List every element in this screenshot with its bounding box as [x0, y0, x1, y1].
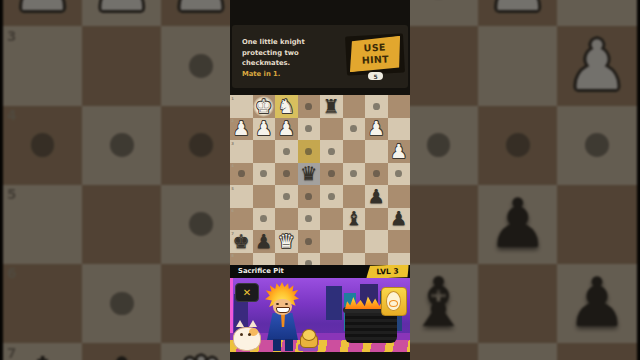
square-a5[interactable]	[388, 185, 411, 208]
ad-header: Sacrifice Pit LVL 3	[230, 265, 410, 278]
legal-move-dot	[328, 193, 335, 200]
square-a2[interactable]	[388, 118, 411, 141]
square-h6[interactable]: 6	[230, 208, 253, 231]
square-g7[interactable]: ♟	[253, 230, 276, 253]
square-e6[interactable]	[298, 208, 321, 231]
grinning-face	[273, 299, 292, 315]
square-f5[interactable]	[275, 185, 298, 208]
legal-move-dot	[373, 170, 380, 177]
square-g6[interactable]	[253, 208, 276, 231]
legal-move-dot	[350, 125, 357, 132]
legal-move-dot	[260, 170, 267, 177]
legal-move-dot	[350, 170, 357, 177]
square-f1[interactable]: ♞	[275, 95, 298, 118]
phone-screen: One little knight protecting two checkma…	[230, 0, 410, 360]
square-d4[interactable]	[320, 163, 343, 186]
square-h3[interactable]: 3	[230, 140, 253, 163]
legal-move-dot	[238, 170, 245, 177]
square-d2[interactable]	[320, 118, 343, 141]
square-f2[interactable]: ♟	[275, 118, 298, 141]
square-e1[interactable]	[298, 95, 321, 118]
rank-label: 1	[231, 96, 234, 101]
square-d1[interactable]: ♜	[320, 95, 343, 118]
square-c5[interactable]	[343, 185, 366, 208]
square-c3[interactable]	[343, 140, 366, 163]
black-rook-piece[interactable]: ♜	[323, 97, 340, 116]
rank-label: 7	[231, 231, 234, 236]
white-cat	[233, 323, 259, 351]
square-f3[interactable]	[275, 140, 298, 163]
square-g2[interactable]: ♟	[253, 118, 276, 141]
square-f4[interactable]	[275, 163, 298, 186]
rank-label: 8	[231, 253, 234, 258]
square-e4[interactable]: ♛	[298, 163, 321, 186]
legal-move-dot	[305, 215, 312, 222]
square-b4[interactable]	[365, 163, 388, 186]
square-b2[interactable]: ♟	[365, 118, 388, 141]
square-a1[interactable]	[388, 95, 411, 118]
white-pawn-piece[interactable]: ♟	[368, 119, 385, 138]
square-a3[interactable]: ♟	[388, 140, 411, 163]
hint-count-badge: 5	[368, 72, 383, 80]
mate-objective: Mate in 1.	[242, 70, 280, 78]
square-c7[interactable]	[343, 230, 366, 253]
square-e7[interactable]	[298, 230, 321, 253]
square-d7[interactable]	[320, 230, 343, 253]
legal-move-dot	[305, 193, 312, 200]
legal-move-dot	[328, 170, 335, 177]
puzzle-hint-text: One little knight protecting two checkma…	[242, 37, 346, 69]
legal-move-dot	[260, 215, 267, 222]
legal-move-dot	[305, 125, 312, 132]
square-f6[interactable]	[275, 208, 298, 231]
egg-icon	[386, 291, 401, 311]
square-f7[interactable]: ♛	[275, 230, 298, 253]
screenshot-frame: 1♚♞♜2♟♟♟♟3♟4♛5♟6♝♟7♚♟♛8 One little knigh…	[0, 0, 640, 360]
legal-move-dot	[283, 148, 290, 155]
square-h7[interactable]: 7♚	[230, 230, 253, 253]
white-pawn-piece[interactable]: ♟	[255, 119, 272, 138]
use-hint-button[interactable]: USE HINT	[348, 36, 402, 73]
square-g5[interactable]	[253, 185, 276, 208]
white-pawn-piece[interactable]: ♟	[233, 119, 250, 138]
ad-banner: Sacrifice Pit LVL 3	[230, 265, 410, 352]
cat-eyes	[240, 333, 243, 336]
reward-button[interactable]	[381, 287, 407, 316]
small-creature	[298, 329, 318, 351]
square-g4[interactable]	[253, 163, 276, 186]
square-c2[interactable]	[343, 118, 366, 141]
square-c1[interactable]	[343, 95, 366, 118]
white-queen-piece[interactable]: ♛	[278, 232, 295, 251]
square-h4[interactable]: 4	[230, 163, 253, 186]
close-icon[interactable]: ✕	[235, 283, 259, 302]
black-queen-piece[interactable]: ♛	[300, 164, 317, 183]
square-b3[interactable]	[365, 140, 388, 163]
square-h1[interactable]: 1	[230, 95, 253, 118]
ad-artwork[interactable]: ✕	[230, 278, 410, 352]
square-a7[interactable]	[388, 230, 411, 253]
square-d5[interactable]	[320, 185, 343, 208]
square-c6[interactable]: ♝	[343, 208, 366, 231]
square-e2[interactable]	[298, 118, 321, 141]
white-king-piece[interactable]: ♚	[255, 97, 272, 116]
white-pawn-piece[interactable]: ♟	[390, 142, 407, 161]
square-d6[interactable]	[320, 208, 343, 231]
square-b6[interactable]	[365, 208, 388, 231]
city-building	[326, 286, 342, 320]
black-king-piece[interactable]: ♚	[233, 232, 250, 251]
cat-patch	[249, 328, 258, 336]
rank-label: 3	[231, 141, 234, 146]
ad-title: Sacrifice Pit	[238, 265, 284, 278]
legal-move-dot	[373, 103, 380, 110]
legal-move-dot	[395, 170, 402, 177]
square-g3[interactable]	[253, 140, 276, 163]
rank-label: 2	[231, 118, 234, 123]
square-a6[interactable]: ♟	[388, 208, 411, 231]
puzzle-panel: One little knight protecting two checkma…	[232, 25, 408, 88]
legal-move-dot	[283, 170, 290, 177]
legal-move-dot	[328, 148, 335, 155]
square-h2[interactable]: 2♟	[230, 118, 253, 141]
square-a4[interactable]	[388, 163, 411, 186]
legal-move-dot	[305, 238, 312, 245]
square-e3[interactable]	[298, 140, 321, 163]
white-knight-piece[interactable]: ♞	[278, 97, 295, 116]
square-c4[interactable]	[343, 163, 366, 186]
use-hint-line2: HINT	[361, 53, 389, 66]
square-b1[interactable]	[365, 95, 388, 118]
legal-move-dot	[305, 148, 312, 155]
puzzle-board[interactable]: 1♚♞♜2♟♟♟♟3♟4♛5♟6♝♟7♚♟♛8	[230, 95, 410, 275]
square-e5[interactable]	[298, 185, 321, 208]
black-pawn-piece[interactable]: ♟	[390, 209, 407, 228]
square-g1[interactable]: ♚	[253, 95, 276, 118]
rank-label: 6	[231, 208, 234, 213]
white-pawn-piece[interactable]: ♟	[278, 119, 295, 138]
black-pawn-piece[interactable]: ♟	[255, 232, 272, 251]
black-bishop-piece[interactable]: ♝	[345, 209, 362, 228]
cat-ear	[236, 320, 244, 327]
legal-move-dot	[305, 103, 312, 110]
cat-ear	[249, 320, 257, 327]
square-d3[interactable]	[320, 140, 343, 163]
black-pawn-piece[interactable]: ♟	[368, 187, 385, 206]
square-b5[interactable]: ♟	[365, 185, 388, 208]
legal-move-dot	[283, 193, 290, 200]
square-h5[interactable]: 5	[230, 185, 253, 208]
square-b7[interactable]	[365, 230, 388, 253]
creature-head	[302, 329, 316, 341]
legs	[273, 339, 281, 351]
rank-label: 5	[231, 186, 234, 191]
rank-label: 4	[231, 163, 234, 168]
level-badge: LVL 3	[366, 264, 409, 278]
